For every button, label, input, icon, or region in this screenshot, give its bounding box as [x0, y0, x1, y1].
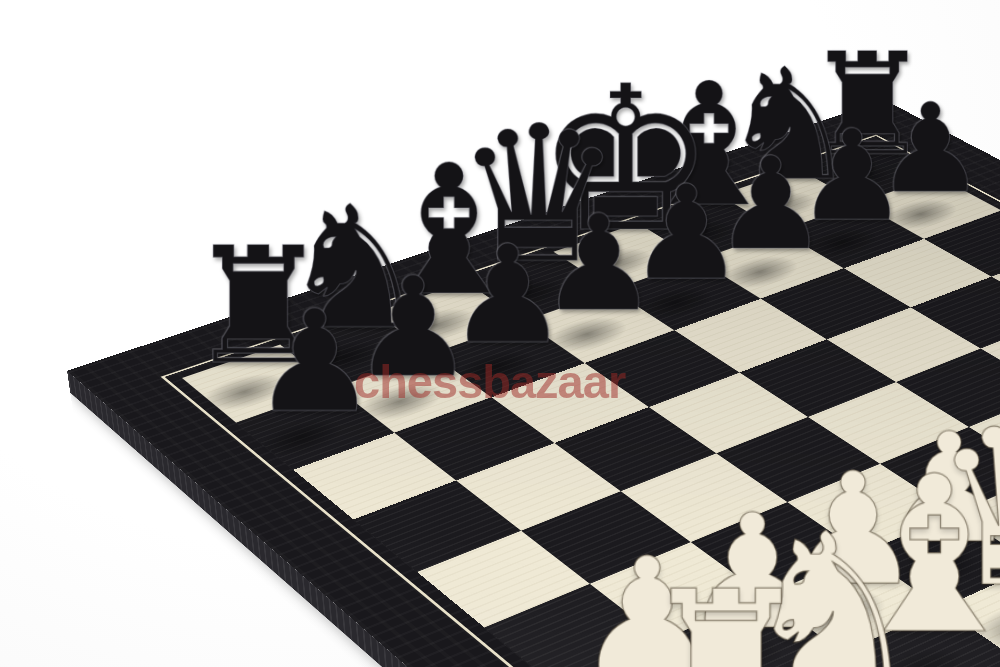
white-rook-a1: ♜: [595, 566, 857, 667]
chess-set-photo: ♜♞♝♛♚♝♞♜♟♟♟♟♟♟♟♟♟♟♟♟♟♟♟♟♜♞♝♛♚♝♞♜ chessba…: [0, 0, 1000, 667]
black-pawn-a7: ♟: [204, 292, 426, 433]
chess-board: ♜♞♝♛♚♝♞♜♟♟♟♟♟♟♟♟♟♟♟♟♟♟♟♟♜♞♝♛♚♝♞♜: [67, 100, 1000, 667]
